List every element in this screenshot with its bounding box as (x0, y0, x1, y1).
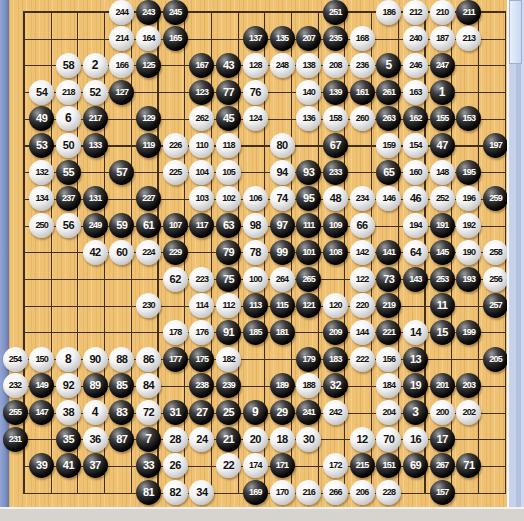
stone-55-black: 55 (56, 160, 81, 185)
stone-7-black: 7 (136, 427, 161, 452)
stone-183-black: 183 (323, 347, 348, 372)
stone-9-black: 9 (243, 400, 268, 425)
stone-222-white: 222 (350, 347, 375, 372)
stone-262-white: 262 (189, 106, 214, 131)
stone-99-black: 99 (270, 240, 295, 265)
stone-189-black: 189 (270, 373, 295, 398)
stone-47-black: 47 (430, 133, 455, 158)
stone-58-white: 58 (56, 53, 81, 78)
stone-251-black: 251 (323, 0, 348, 25)
stone-211-black: 211 (456, 0, 481, 25)
stone-217-black: 217 (83, 106, 108, 131)
stone-187-white: 187 (430, 26, 455, 51)
stone-94-white: 94 (270, 160, 295, 185)
stone-30-white: 30 (296, 427, 321, 452)
stone-237-black: 237 (56, 186, 81, 211)
stone-117-black: 117 (189, 213, 214, 238)
stone-62-white: 62 (163, 267, 188, 292)
stone-247-black: 247 (430, 53, 455, 78)
stone-42-white: 42 (83, 240, 108, 265)
stone-95-black: 95 (296, 186, 321, 211)
stone-15-black: 15 (430, 320, 455, 345)
stone-89-black: 89 (83, 373, 108, 398)
stone-233-black: 233 (323, 160, 348, 185)
stone-69-black: 69 (403, 453, 428, 478)
stone-178-white: 178 (163, 320, 188, 345)
stone-153-black: 153 (456, 106, 481, 131)
stone-176-white: 176 (189, 320, 214, 345)
stone-129-black: 129 (136, 106, 161, 131)
stone-218-white: 218 (56, 80, 81, 105)
stone-92-white: 92 (56, 373, 81, 398)
stone-104-white: 104 (189, 160, 214, 185)
stone-106-white: 106 (243, 186, 268, 211)
stone-43-black: 43 (216, 53, 241, 78)
stone-26-white: 26 (163, 453, 188, 478)
stone-241-black: 241 (296, 400, 321, 425)
stone-98-white: 98 (243, 213, 268, 238)
stone-20-white: 20 (243, 427, 268, 452)
stone-38-white: 38 (56, 400, 81, 425)
stone-33-black: 33 (136, 453, 161, 478)
stone-231-black: 231 (3, 427, 28, 452)
stone-186-white: 186 (376, 0, 401, 25)
stone-191-black: 191 (430, 213, 455, 238)
stone-36-white: 36 (83, 427, 108, 452)
stone-224-white: 224 (136, 240, 161, 265)
stone-123-black: 123 (189, 80, 214, 105)
stone-150-white: 150 (29, 347, 54, 372)
stone-208-white: 208 (323, 53, 348, 78)
stone-184-white: 184 (376, 373, 401, 398)
stone-170-white: 170 (270, 480, 295, 505)
stone-158-white: 158 (323, 106, 348, 131)
stone-185-black: 185 (243, 320, 268, 345)
stone-29-black: 29 (270, 400, 295, 425)
stone-138-white: 138 (296, 53, 321, 78)
stone-220-white: 220 (350, 293, 375, 318)
stone-205-black: 205 (483, 347, 508, 372)
stone-266-white: 266 (323, 480, 348, 505)
stone-162-black: 162 (403, 106, 428, 131)
stone-236-white: 236 (350, 53, 375, 78)
stone-213-white: 213 (456, 26, 481, 51)
stone-171-black: 171 (270, 453, 295, 478)
stone-223-white: 223 (189, 267, 214, 292)
stone-77-black: 77 (216, 80, 241, 105)
stone-102-white: 102 (216, 186, 241, 211)
stone-37-black: 37 (83, 453, 108, 478)
stone-255-black: 255 (3, 400, 28, 425)
stone-35-black: 35 (56, 427, 81, 452)
stone-174-white: 174 (243, 453, 268, 478)
stone-22-white: 22 (216, 453, 241, 478)
stone-159-white: 159 (376, 133, 401, 158)
stone-70-white: 70 (376, 427, 401, 452)
stone-190-white: 190 (456, 240, 481, 265)
stone-212-white: 212 (403, 0, 428, 25)
stone-118-white: 118 (216, 133, 241, 158)
stone-240-white: 240 (403, 26, 428, 51)
stone-52-white: 52 (83, 80, 108, 105)
stone-53-black: 53 (29, 133, 54, 158)
stone-143-black: 143 (403, 267, 428, 292)
stone-136-white: 136 (296, 106, 321, 131)
stone-200-white: 200 (430, 400, 455, 425)
stone-119-black: 119 (136, 133, 161, 158)
stone-263-black: 263 (376, 106, 401, 131)
stone-192-white: 192 (456, 213, 481, 238)
stone-88-white: 88 (109, 347, 134, 372)
stone-112-white: 112 (216, 293, 241, 318)
stone-163-white: 163 (403, 80, 428, 105)
stone-267-black: 267 (430, 453, 455, 478)
go-viewer-window: 2442432452511862122102112141641651371352… (0, 0, 524, 521)
stone-113-black: 113 (243, 293, 268, 318)
stone-109-black: 109 (323, 213, 348, 238)
stone-146-white: 146 (376, 186, 401, 211)
stone-67-black: 67 (323, 133, 348, 158)
stone-228-white: 228 (376, 480, 401, 505)
stone-65-black: 65 (376, 160, 401, 185)
stone-72-white: 72 (136, 400, 161, 425)
stone-197-black: 197 (483, 133, 508, 158)
stone-133-black: 133 (83, 133, 108, 158)
stone-164-white: 164 (136, 26, 161, 51)
stone-195-black: 195 (456, 160, 481, 185)
stone-135-black: 135 (270, 26, 295, 51)
stone-64-white: 64 (403, 240, 428, 265)
stone-157-black: 157 (430, 480, 455, 505)
stone-87-black: 87 (109, 427, 134, 452)
stone-63-black: 63 (216, 213, 241, 238)
stone-110-white: 110 (189, 133, 214, 158)
stone-145-black: 145 (430, 240, 455, 265)
stone-193-black: 193 (456, 267, 481, 292)
stone-258-white: 258 (483, 240, 508, 265)
stone-82-white: 82 (163, 480, 188, 505)
stone-84-white: 84 (136, 373, 161, 398)
stone-230-white: 230 (136, 293, 161, 318)
stone-86-white: 86 (136, 347, 161, 372)
stone-161-black: 161 (350, 80, 375, 105)
stone-114-white: 114 (189, 293, 214, 318)
stone-80-white: 80 (270, 133, 295, 158)
bottom-window-strip (0, 507, 524, 521)
stone-259-black: 259 (483, 186, 508, 211)
stone-194-white: 194 (403, 213, 428, 238)
stone-168-white: 168 (350, 26, 375, 51)
stone-229-black: 229 (163, 240, 188, 265)
stone-56-white: 56 (56, 213, 81, 238)
stone-17-black: 17 (430, 427, 455, 452)
stone-18-white: 18 (270, 427, 295, 452)
stone-156-white: 156 (376, 347, 401, 372)
stone-75-black: 75 (216, 267, 241, 292)
stone-8-white: 8 (56, 347, 81, 372)
stone-54-white: 54 (29, 80, 54, 105)
stone-1-black: 1 (430, 80, 455, 105)
stone-214-white: 214 (109, 26, 134, 51)
stone-85-black: 85 (109, 373, 134, 398)
stone-210-white: 210 (430, 0, 455, 25)
stone-151-black: 151 (376, 453, 401, 478)
stone-81-black: 81 (136, 480, 161, 505)
stone-73-black: 73 (376, 267, 401, 292)
stone-160-white: 160 (403, 160, 428, 185)
stone-115-black: 115 (270, 293, 295, 318)
stone-148-white: 148 (430, 160, 455, 185)
stone-175-black: 175 (189, 347, 214, 372)
stone-131-black: 131 (83, 186, 108, 211)
stone-243-black: 243 (136, 0, 161, 25)
stone-238-black: 238 (189, 373, 214, 398)
stone-97-black: 97 (270, 213, 295, 238)
stone-181-black: 181 (270, 320, 295, 345)
stone-19-black: 19 (403, 373, 428, 398)
stone-101-black: 101 (296, 240, 321, 265)
stone-209-black: 209 (323, 320, 348, 345)
stone-103-white: 103 (189, 186, 214, 211)
stone-137-black: 137 (243, 26, 268, 51)
stone-232-white: 232 (3, 373, 28, 398)
stone-107-black: 107 (163, 213, 188, 238)
stone-31-black: 31 (163, 400, 188, 425)
stone-149-black: 149 (29, 373, 54, 398)
stone-139-black: 139 (323, 80, 348, 105)
right-scrollbar-track[interactable] (507, 0, 524, 507)
stone-127-black: 127 (109, 80, 134, 105)
stone-121-black: 121 (296, 293, 321, 318)
stone-252-white: 252 (430, 186, 455, 211)
stone-226-white: 226 (163, 133, 188, 158)
stone-225-white: 225 (163, 160, 188, 185)
stone-76-white: 76 (243, 80, 268, 105)
stone-45-black: 45 (216, 106, 241, 131)
stone-32-black: 32 (323, 373, 348, 398)
stone-105-white: 105 (216, 160, 241, 185)
stone-203-black: 203 (456, 373, 481, 398)
stone-83-black: 83 (109, 400, 134, 425)
stone-28-white: 28 (163, 427, 188, 452)
stone-215-black: 215 (350, 453, 375, 478)
stone-242-white: 242 (323, 400, 348, 425)
stone-234-white: 234 (350, 186, 375, 211)
stone-239-black: 239 (216, 373, 241, 398)
stone-244-white: 244 (109, 0, 134, 25)
scrollbar-thumb[interactable] (509, 0, 522, 64)
stone-253-black: 253 (430, 267, 455, 292)
stone-140-white: 140 (296, 80, 321, 105)
stone-188-white: 188 (296, 373, 321, 398)
stone-219-black: 219 (376, 293, 401, 318)
stone-167-black: 167 (189, 53, 214, 78)
stone-6-white: 6 (56, 106, 81, 131)
stone-4-white: 4 (83, 400, 108, 425)
stone-204-white: 204 (376, 400, 401, 425)
stone-261-black: 261 (376, 80, 401, 105)
stone-201-black: 201 (430, 373, 455, 398)
stone-202-white: 202 (456, 400, 481, 425)
stone-27-black: 27 (189, 400, 214, 425)
stone-132-white: 132 (29, 160, 54, 185)
stone-165-black: 165 (163, 26, 188, 51)
stone-3-black: 3 (403, 400, 428, 425)
stone-260-white: 260 (350, 106, 375, 131)
stone-249-black: 249 (83, 213, 108, 238)
stone-39-black: 39 (29, 453, 54, 478)
stone-93-black: 93 (296, 160, 321, 185)
stone-246-white: 246 (403, 53, 428, 78)
stone-57-black: 57 (109, 160, 134, 185)
stone-108-black: 108 (323, 240, 348, 265)
stone-48-white: 48 (323, 186, 348, 211)
stone-79-black: 79 (216, 240, 241, 265)
stone-144-white: 144 (350, 320, 375, 345)
stone-91-black: 91 (216, 320, 241, 345)
stone-179-black: 179 (296, 347, 321, 372)
stone-13-black: 13 (403, 347, 428, 372)
stone-216-white: 216 (296, 480, 321, 505)
stone-264-white: 264 (270, 267, 295, 292)
stone-257-black: 257 (483, 293, 508, 318)
stones-layer: 2442432452511862122102112141641651371352… (0, 0, 524, 521)
stone-2-white: 2 (83, 53, 108, 78)
stone-142-white: 142 (350, 240, 375, 265)
stone-11-black: 11 (430, 293, 455, 318)
stone-235-black: 235 (323, 26, 348, 51)
stone-74-white: 74 (270, 186, 295, 211)
stone-207-black: 207 (296, 26, 321, 51)
stone-49-black: 49 (29, 106, 54, 131)
stone-14-white: 14 (403, 320, 428, 345)
stone-50-white: 50 (56, 133, 81, 158)
stone-155-black: 155 (430, 106, 455, 131)
stone-134-white: 134 (29, 186, 54, 211)
stone-128-white: 128 (243, 53, 268, 78)
stone-120-white: 120 (323, 293, 348, 318)
stone-41-black: 41 (56, 453, 81, 478)
stone-169-black: 169 (243, 480, 268, 505)
stone-182-white: 182 (216, 347, 241, 372)
stone-206-white: 206 (350, 480, 375, 505)
stone-250-white: 250 (29, 213, 54, 238)
stone-265-black: 265 (296, 267, 321, 292)
stone-256-white: 256 (483, 267, 508, 292)
stone-5-black: 5 (376, 53, 401, 78)
stone-111-black: 111 (296, 213, 321, 238)
stone-221-black: 221 (376, 320, 401, 345)
stone-199-black: 199 (456, 320, 481, 345)
stone-24-white: 24 (189, 427, 214, 452)
stone-60-white: 60 (109, 240, 134, 265)
stone-245-black: 245 (163, 0, 188, 25)
stone-141-black: 141 (376, 240, 401, 265)
stone-177-black: 177 (163, 347, 188, 372)
stone-166-white: 166 (109, 53, 134, 78)
stone-125-black: 125 (136, 53, 161, 78)
stone-59-black: 59 (109, 213, 134, 238)
stone-12-white: 12 (350, 427, 375, 452)
stone-34-white: 34 (189, 480, 214, 505)
stone-196-white: 196 (456, 186, 481, 211)
stone-71-black: 71 (456, 453, 481, 478)
stone-25-black: 25 (216, 400, 241, 425)
stone-154-white: 154 (403, 133, 428, 158)
stone-16-white: 16 (403, 427, 428, 452)
stone-100-white: 100 (243, 267, 268, 292)
stone-46-white: 46 (403, 186, 428, 211)
stone-124-white: 124 (243, 106, 268, 131)
stone-21-black: 21 (216, 427, 241, 452)
stone-248-white: 248 (270, 53, 295, 78)
stone-147-black: 147 (29, 400, 54, 425)
stone-90-white: 90 (83, 347, 108, 372)
stone-61-black: 61 (136, 213, 161, 238)
stone-172-white: 172 (323, 453, 348, 478)
stone-227-black: 227 (136, 186, 161, 211)
stone-254-white: 254 (3, 347, 28, 372)
stone-78-white: 78 (243, 240, 268, 265)
stone-66-white: 66 (350, 213, 375, 238)
stone-122-white: 122 (350, 267, 375, 292)
